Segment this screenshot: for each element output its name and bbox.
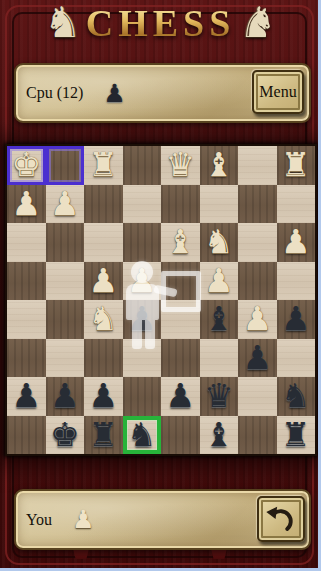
square-g6[interactable] [46, 339, 85, 378]
square-e4[interactable]: ♟ [123, 262, 162, 301]
square-c4[interactable]: ♟ [200, 262, 239, 301]
black-rook: ♜ [88, 416, 118, 454]
app-title: CHESS [86, 1, 236, 45]
square-d7[interactable]: ♟ [161, 377, 200, 416]
square-h7[interactable]: ♟ [7, 377, 46, 416]
square-c8[interactable]: ♝ [200, 416, 239, 455]
square-b2[interactable] [238, 185, 277, 224]
square-c2[interactable] [200, 185, 239, 224]
white-king: ♚ [11, 146, 41, 184]
white-knight: ♞ [88, 300, 118, 338]
you-player-label: You [26, 511, 52, 529]
white-rook: ♜ [281, 146, 311, 184]
square-c1[interactable]: ♝ [200, 146, 239, 185]
white-pawn: ♟ [204, 262, 234, 300]
black-bishop: ♝ [204, 300, 234, 338]
square-f5[interactable]: ♞ [84, 300, 123, 339]
black-knight: ♞ [127, 416, 157, 454]
square-d6[interactable] [161, 339, 200, 378]
square-d3[interactable]: ♝ [161, 223, 200, 262]
square-e5[interactable]: ♟ [123, 300, 162, 339]
square-g8[interactable]: ♚ [46, 416, 85, 455]
black-pawn: ♟ [11, 377, 41, 415]
white-pawn: ♟ [11, 185, 41, 223]
black-queen: ♛ [204, 377, 234, 415]
square-a1[interactable]: ♜ [277, 146, 316, 185]
square-a7[interactable]: ♞ [277, 377, 316, 416]
square-e7[interactable] [123, 377, 162, 416]
square-h1[interactable]: ♚ [7, 146, 46, 185]
black-bishop: ♝ [204, 416, 234, 454]
black-pawn: ♟ [88, 377, 118, 415]
chess-board: ♚♜♛♝♜♟♟♝♞♟♟♟♟♞♟♝♟♟♟♟♟♟♟♛♞♚♜♞♝♜ [5, 144, 317, 456]
square-f6[interactable] [84, 339, 123, 378]
square-d5[interactable] [161, 300, 200, 339]
square-d4[interactable] [161, 262, 200, 301]
undo-button[interactable] [257, 496, 305, 542]
white-knight-icon: ♞ [44, 1, 82, 45]
you-player-bar: You ♟ [14, 489, 311, 550]
square-f2[interactable] [84, 185, 123, 224]
menu-button[interactable]: Menu [252, 70, 304, 114]
square-f3[interactable] [84, 223, 123, 262]
square-e2[interactable] [123, 185, 162, 224]
square-b8[interactable] [238, 416, 277, 455]
black-rook: ♜ [281, 416, 311, 454]
square-e8[interactable]: ♞ [123, 416, 162, 455]
square-b5[interactable]: ♟ [238, 300, 277, 339]
square-f1[interactable]: ♜ [84, 146, 123, 185]
square-d2[interactable] [161, 185, 200, 224]
white-pawn: ♟ [88, 262, 118, 300]
square-g1[interactable] [46, 146, 85, 185]
black-pawn: ♟ [127, 300, 157, 338]
app-header: ♞ CHESS ♞ [0, 0, 321, 46]
square-c5[interactable]: ♝ [200, 300, 239, 339]
square-a3[interactable]: ♟ [277, 223, 316, 262]
square-d1[interactable]: ♛ [161, 146, 200, 185]
square-b4[interactable] [238, 262, 277, 301]
square-b6[interactable]: ♟ [238, 339, 277, 378]
square-f8[interactable]: ♜ [84, 416, 123, 455]
undo-arrow-icon [264, 502, 298, 536]
square-f4[interactable]: ♟ [84, 262, 123, 301]
square-g5[interactable] [46, 300, 85, 339]
square-b1[interactable] [238, 146, 277, 185]
square-e1[interactable] [123, 146, 162, 185]
board-grid: ♚♜♛♝♜♟♟♝♞♟♟♟♟♞♟♝♟♟♟♟♟♟♟♛♞♚♜♞♝♜ [7, 146, 315, 454]
square-e3[interactable] [123, 223, 162, 262]
square-d8[interactable] [161, 416, 200, 455]
black-king: ♚ [50, 416, 80, 454]
square-h4[interactable] [7, 262, 46, 301]
square-c7[interactable]: ♛ [200, 377, 239, 416]
white-bishop: ♝ [204, 146, 234, 184]
square-b3[interactable] [238, 223, 277, 262]
square-h5[interactable] [7, 300, 46, 339]
square-a5[interactable]: ♟ [277, 300, 316, 339]
white-bishop: ♝ [165, 223, 195, 261]
white-pawn: ♟ [242, 300, 272, 338]
square-a6[interactable] [277, 339, 316, 378]
cpu-player-label: Cpu (12) [26, 84, 83, 102]
square-c3[interactable]: ♞ [200, 223, 239, 262]
square-g2[interactable]: ♟ [46, 185, 85, 224]
white-knight-icon: ♞ [239, 1, 277, 45]
white-queen: ♛ [165, 146, 195, 184]
square-e6[interactable] [123, 339, 162, 378]
square-h2[interactable]: ♟ [7, 185, 46, 224]
square-h6[interactable] [7, 339, 46, 378]
square-b7[interactable] [238, 377, 277, 416]
black-pawn: ♟ [281, 300, 311, 338]
white-knight: ♞ [204, 223, 234, 261]
white-pawn: ♟ [281, 223, 311, 261]
black-pawn: ♟ [242, 339, 272, 377]
white-pawn-icon: ♟ [72, 507, 94, 532]
black-knight: ♞ [281, 377, 311, 415]
cpu-player-bar: Cpu (12) ♟ Menu [14, 63, 311, 123]
white-pawn: ♟ [50, 185, 80, 223]
square-a8[interactable]: ♜ [277, 416, 316, 455]
square-h8[interactable] [7, 416, 46, 455]
square-g7[interactable]: ♟ [46, 377, 85, 416]
square-h3[interactable] [7, 223, 46, 262]
black-pawn-icon: ♟ [103, 81, 125, 106]
square-a4[interactable] [277, 262, 316, 301]
square-f7[interactable]: ♟ [84, 377, 123, 416]
square-g3[interactable] [46, 223, 85, 262]
black-pawn: ♟ [50, 377, 80, 415]
white-rook: ♜ [88, 146, 118, 184]
black-pawn: ♟ [165, 377, 195, 415]
square-a2[interactable] [277, 185, 316, 224]
white-pawn: ♟ [127, 262, 157, 300]
square-g4[interactable] [46, 262, 85, 301]
square-c6[interactable] [200, 339, 239, 378]
